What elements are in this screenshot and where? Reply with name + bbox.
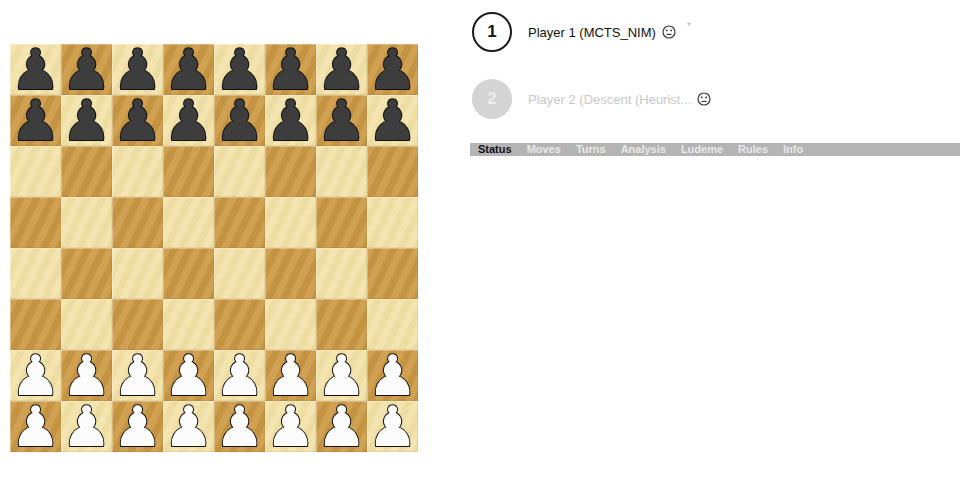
board-square[interactable]: ♟ [316, 95, 367, 146]
board-square[interactable] [367, 146, 418, 197]
tab-moves[interactable]: Moves [527, 143, 561, 156]
black-pawn[interactable]: ♟ [265, 95, 315, 146]
game-board[interactable]: ♟♟♟♟♟♟♟♟♟♟♟♟♟♟♟♟♟♟♟♟♟♟♟♟♟♟♟♟♟♟♟♟ [10, 44, 418, 452]
board-square[interactable] [163, 146, 214, 197]
board-square[interactable] [10, 248, 61, 299]
board-square[interactable] [163, 197, 214, 248]
board-square[interactable] [367, 197, 418, 248]
board-square[interactable] [61, 197, 112, 248]
white-pawn[interactable]: ♟ [214, 401, 264, 452]
white-pawn[interactable]: ♟ [112, 401, 162, 452]
tab-ludeme[interactable]: Ludeme [681, 143, 723, 156]
tab-turns[interactable]: Turns [576, 143, 606, 156]
board-square[interactable]: ♟ [10, 95, 61, 146]
board-square[interactable]: ♟ [163, 95, 214, 146]
white-pawn[interactable]: ♟ [61, 401, 111, 452]
black-pawn[interactable]: ♟ [10, 95, 60, 146]
board-square[interactable] [163, 248, 214, 299]
board-square[interactable]: ♟ [367, 401, 418, 452]
board-square[interactable] [367, 248, 418, 299]
tab-status[interactable]: Status [478, 143, 512, 156]
white-pawn[interactable]: ♟ [316, 401, 366, 452]
board-square[interactable]: ♟ [265, 95, 316, 146]
tab-rules[interactable]: Rules [738, 143, 768, 156]
board-square[interactable]: ♟ [112, 401, 163, 452]
neutral-face-icon [662, 25, 676, 39]
board-square[interactable]: ♟ [61, 95, 112, 146]
board-square[interactable] [112, 248, 163, 299]
thinking-indicator: * [687, 20, 691, 32]
neutral-face-icon [697, 92, 711, 106]
white-pawn[interactable]: ♟ [265, 401, 315, 452]
black-pawn[interactable]: ♟ [112, 95, 162, 146]
tab-info[interactable]: Info [783, 143, 803, 156]
board-square[interactable] [265, 146, 316, 197]
board-square[interactable] [316, 197, 367, 248]
black-pawn[interactable]: ♟ [367, 95, 417, 146]
black-pawn[interactable]: ♟ [163, 95, 213, 146]
board-square[interactable] [316, 248, 367, 299]
player2-label: Player 2 (Descent (Heurist... [528, 92, 691, 107]
board-square[interactable]: ♟ [112, 95, 163, 146]
board-square[interactable]: ♟ [265, 401, 316, 452]
board-square[interactable]: ♟ [214, 95, 265, 146]
player2-row: 2 Player 2 (Descent (Heurist... [472, 79, 711, 119]
board-square[interactable] [112, 197, 163, 248]
board-square[interactable] [112, 146, 163, 197]
board-square[interactable]: ♟ [214, 401, 265, 452]
board-square[interactable]: ♟ [10, 401, 61, 452]
tab-bar: StatusMovesTurnsAnalysisLudemeRulesInfo [470, 143, 960, 156]
black-pawn[interactable]: ♟ [214, 95, 264, 146]
board-square[interactable]: ♟ [367, 95, 418, 146]
white-pawn[interactable]: ♟ [367, 401, 417, 452]
white-pawn[interactable]: ♟ [163, 401, 213, 452]
board-square[interactable] [214, 197, 265, 248]
board-square[interactable] [265, 248, 316, 299]
board-square[interactable] [214, 248, 265, 299]
white-pawn[interactable]: ♟ [10, 401, 60, 452]
player1-badge: 1 [472, 12, 512, 52]
tab-analysis[interactable]: Analysis [621, 143, 666, 156]
board-square[interactable] [10, 197, 61, 248]
board-square[interactable] [61, 146, 112, 197]
board-square[interactable] [61, 248, 112, 299]
board-square[interactable] [265, 197, 316, 248]
board-square[interactable]: ♟ [61, 401, 112, 452]
player1-row: 1 Player 1 (MCTS_NIM) * [472, 12, 691, 52]
player1-label: Player 1 (MCTS_NIM) [528, 25, 656, 40]
black-pawn[interactable]: ♟ [61, 95, 111, 146]
board-square[interactable] [316, 146, 367, 197]
board-square[interactable] [214, 146, 265, 197]
board-square[interactable] [10, 146, 61, 197]
board-square[interactable]: ♟ [316, 401, 367, 452]
board-square[interactable]: ♟ [163, 401, 214, 452]
player2-badge: 2 [472, 79, 512, 119]
black-pawn[interactable]: ♟ [316, 95, 366, 146]
